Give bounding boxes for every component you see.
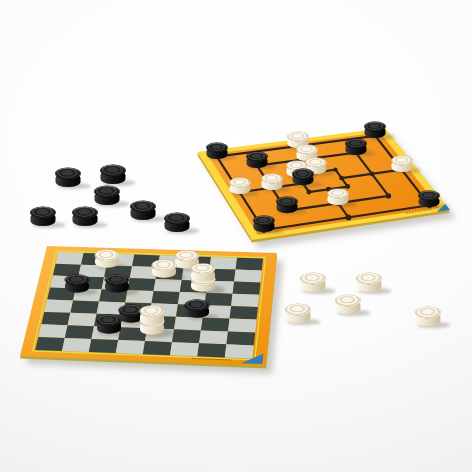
piece-top [95,186,120,197]
piece-cylinder [301,273,326,292]
checkers-cell-dark [233,282,261,295]
piece-top [101,165,126,176]
checkers-cell-dark [35,337,65,351]
morris-point-dot [339,176,344,181]
piece-cylinder [95,250,119,268]
white-game-piece-stacked[interactable] [140,306,164,334]
black-game-piece[interactable] [65,274,89,292]
piece-top [345,139,366,148]
black-game-piece[interactable] [292,169,313,185]
black-game-piece[interactable] [246,152,267,168]
checkers-cell-dark [226,331,255,345]
piece-top [287,132,308,141]
piece-cylinder [191,264,215,282]
checkers-cell-dark [197,343,226,357]
piece-cylinder [95,186,120,205]
piece-cylinder [105,275,129,293]
white-game-piece[interactable] [95,250,119,268]
piece-cylinder [131,201,156,220]
checkers-cell-light [38,324,67,338]
piece-top [416,307,441,318]
checkers-cell-light [68,313,97,327]
black-game-piece[interactable] [253,216,274,232]
piece-cylinder [345,139,366,155]
piece-cylinder [253,216,274,232]
piece-cylinder [56,168,81,187]
white-game-piece[interactable] [152,260,176,278]
checkers-cell-dark [143,341,172,355]
checkers-cell-light [170,342,199,356]
piece-cylinder [73,207,98,226]
black-game-piece[interactable] [95,186,120,205]
piece-cylinder [31,207,56,226]
morris-point-dot [345,214,351,220]
piece-top [261,174,282,183]
white-game-piece[interactable] [336,295,361,314]
piece-cylinder [391,156,412,172]
piece-cylinder [65,274,89,292]
piece-top [391,156,412,165]
white-game-piece-stacked[interactable] [191,264,215,292]
piece-cylinder [152,260,176,278]
black-game-piece[interactable] [56,168,81,187]
white-game-piece[interactable] [301,273,326,292]
game-set-photo-stage [0,0,472,472]
piece-top [31,207,56,218]
white-game-piece[interactable] [261,174,282,190]
piece-top [253,216,274,225]
black-game-piece[interactable] [165,213,190,232]
black-game-piece[interactable] [365,122,386,138]
piece-top [336,295,361,306]
piece-cylinder [357,273,382,292]
morris-point-dot [370,172,375,177]
checkers-cell-light [116,340,145,354]
checkers-cell-light [56,252,84,264]
piece-top [286,304,311,315]
piece-cylinder [286,304,311,323]
piece-top [301,273,326,284]
checkers-cell-dark [152,291,180,304]
white-game-piece[interactable] [391,156,412,172]
piece-top [229,178,250,187]
checkers-cell-dark [172,329,201,343]
piece-cylinder [140,306,164,324]
piece-cylinder [185,300,209,318]
checkers-cell-light [225,344,254,358]
piece-top [357,273,382,284]
piece-cylinder [336,295,361,314]
white-game-piece[interactable] [416,307,441,326]
piece-cylinder [261,174,282,190]
black-game-piece[interactable] [276,197,297,213]
piece-cylinder [416,307,441,326]
checkers-cell-dark [41,312,70,325]
piece-top [365,122,386,131]
piece-top [206,143,227,152]
black-game-piece[interactable] [105,275,129,293]
piece-top [328,189,349,198]
boards-scene-svg [0,0,472,472]
piece-top [56,168,81,179]
morris-point-dot [306,190,311,195]
piece-top [296,145,317,154]
black-game-piece[interactable] [185,300,209,318]
piece-cylinder [229,178,250,194]
piece-cylinder [292,169,313,185]
checkers-cell-light [231,294,259,307]
black-game-piece[interactable] [345,139,366,155]
black-game-piece[interactable] [31,207,56,226]
morris-point-dot [386,193,391,198]
piece-top [131,201,156,212]
piece-cylinder [419,191,440,207]
piece-cylinder [165,213,190,232]
piece-top [306,158,327,167]
checkers-cell-dark [65,325,94,339]
black-game-piece[interactable] [101,165,126,184]
piece-cylinder [206,143,227,159]
checkers-cell-light [199,330,228,344]
white-game-piece[interactable] [229,178,250,194]
black-game-piece[interactable] [131,201,156,220]
checkers-cell-dark [230,306,258,320]
black-game-piece[interactable] [73,207,98,226]
checkers-cell-light [154,279,182,292]
checkers-cell-light [44,300,73,313]
checkers-cell-light [234,270,262,283]
checkers-cell-light [228,319,257,333]
piece-top [276,197,297,206]
checkers-cell-light [62,338,91,352]
piece-cylinder [97,315,121,333]
piece-cylinder [328,189,349,205]
checkers-cell-dark [70,301,99,314]
white-game-piece[interactable] [357,273,382,292]
black-game-piece[interactable] [419,191,440,207]
piece-top [73,207,98,218]
piece-cylinder [365,122,386,138]
piece-top [165,213,190,224]
piece-top [292,169,313,178]
white-game-piece[interactable] [328,189,349,205]
piece-cylinder [276,197,297,213]
black-game-piece[interactable] [97,315,121,333]
black-game-piece[interactable] [206,143,227,159]
piece-top [246,152,267,161]
piece-cylinder [101,165,126,184]
checkers-cell-dark [236,258,263,271]
checkers-cell-dark [89,339,118,353]
piece-top [419,191,440,200]
white-game-piece[interactable] [286,304,311,323]
piece-cylinder [246,152,267,168]
